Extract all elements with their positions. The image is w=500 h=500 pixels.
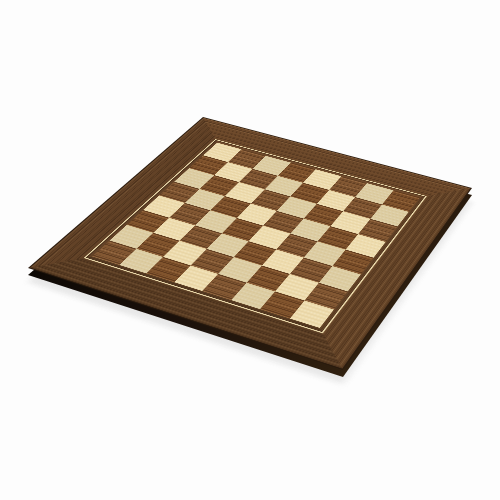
- chessboard: [28, 117, 472, 370]
- chessboard-product-photo: [0, 0, 500, 500]
